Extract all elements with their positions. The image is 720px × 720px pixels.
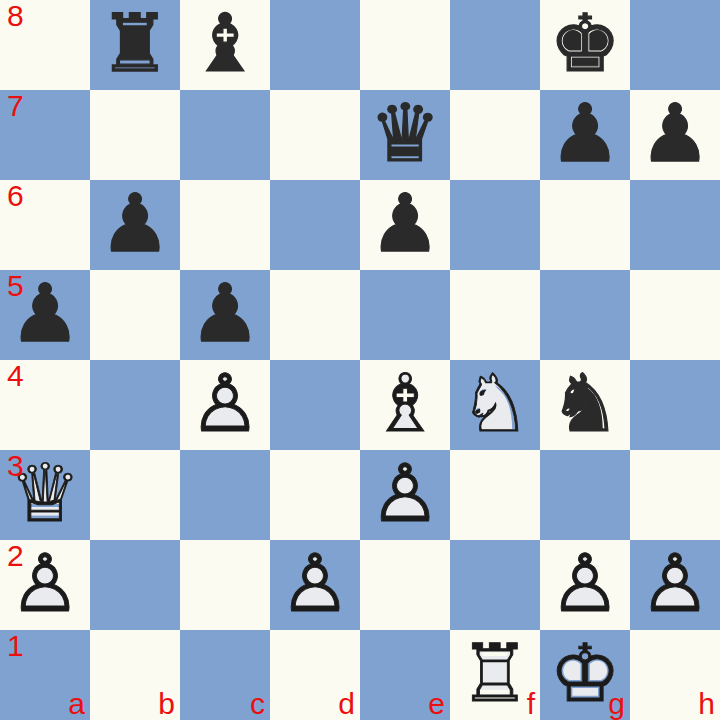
square-b5[interactable] bbox=[90, 270, 180, 360]
black-queen[interactable]: ♛ bbox=[360, 90, 450, 180]
white-pawn[interactable]: ♟♙ bbox=[540, 540, 630, 630]
black-pawn[interactable]: ♟ bbox=[540, 90, 630, 180]
rank-label-3: 3 bbox=[7, 451, 24, 481]
square-g8[interactable]: ♚ bbox=[540, 0, 630, 90]
white-knight[interactable]: ♞♘ bbox=[450, 360, 540, 450]
square-e8[interactable] bbox=[360, 0, 450, 90]
white-pawn[interactable]: ♟♙ bbox=[630, 540, 720, 630]
square-d2[interactable]: ♟♙ bbox=[270, 540, 360, 630]
square-e6[interactable]: ♟ bbox=[360, 180, 450, 270]
square-h5[interactable] bbox=[630, 270, 720, 360]
square-g3[interactable] bbox=[540, 450, 630, 540]
square-b6[interactable]: ♟ bbox=[90, 180, 180, 270]
square-b7[interactable] bbox=[90, 90, 180, 180]
square-c3[interactable] bbox=[180, 450, 270, 540]
square-e7[interactable]: ♛ bbox=[360, 90, 450, 180]
square-c2[interactable] bbox=[180, 540, 270, 630]
square-d5[interactable] bbox=[270, 270, 360, 360]
pawn-outline-layer: ♙ bbox=[630, 540, 720, 630]
square-h8[interactable] bbox=[630, 0, 720, 90]
rank-label-8: 8 bbox=[7, 1, 24, 31]
black-knight[interactable]: ♞ bbox=[540, 360, 630, 450]
square-d3[interactable] bbox=[270, 450, 360, 540]
pawn-outline-layer: ♙ bbox=[180, 360, 270, 450]
square-f3[interactable] bbox=[450, 450, 540, 540]
black-bishop[interactable]: ♝ bbox=[180, 0, 270, 90]
square-h7[interactable]: ♟ bbox=[630, 90, 720, 180]
square-d8[interactable] bbox=[270, 0, 360, 90]
square-h3[interactable] bbox=[630, 450, 720, 540]
square-e5[interactable] bbox=[360, 270, 450, 360]
square-f6[interactable] bbox=[450, 180, 540, 270]
square-h4[interactable] bbox=[630, 360, 720, 450]
white-bishop[interactable]: ♝♗ bbox=[360, 360, 450, 450]
square-f8[interactable] bbox=[450, 0, 540, 90]
black-king[interactable]: ♚ bbox=[540, 0, 630, 90]
knight-outline-layer: ♘ bbox=[450, 360, 540, 450]
white-pawn[interactable]: ♟♙ bbox=[360, 450, 450, 540]
file-label-h: h bbox=[630, 689, 715, 719]
file-label-c: c bbox=[180, 689, 265, 719]
black-pawn[interactable]: ♟ bbox=[90, 180, 180, 270]
square-g4[interactable]: ♞ bbox=[540, 360, 630, 450]
file-label-b: b bbox=[90, 689, 175, 719]
square-g2[interactable]: ♟♙ bbox=[540, 540, 630, 630]
square-f7[interactable] bbox=[450, 90, 540, 180]
square-f2[interactable] bbox=[450, 540, 540, 630]
file-label-f: f bbox=[450, 689, 535, 719]
black-pawn[interactable]: ♟ bbox=[360, 180, 450, 270]
white-pawn[interactable]: ♟♙ bbox=[180, 360, 270, 450]
square-f4[interactable]: ♞♘ bbox=[450, 360, 540, 450]
pawn-outline-layer: ♙ bbox=[540, 540, 630, 630]
bishop-outline-layer: ♗ bbox=[360, 360, 450, 450]
rank-label-7: 7 bbox=[7, 91, 24, 121]
file-label-a: a bbox=[0, 689, 85, 719]
file-label-g: g bbox=[540, 689, 625, 719]
square-c6[interactable] bbox=[180, 180, 270, 270]
square-d6[interactable] bbox=[270, 180, 360, 270]
square-e3[interactable]: ♟♙ bbox=[360, 450, 450, 540]
rank-label-6: 6 bbox=[7, 181, 24, 211]
square-c4[interactable]: ♟♙ bbox=[180, 360, 270, 450]
file-label-d: d bbox=[270, 689, 355, 719]
square-e2[interactable] bbox=[360, 540, 450, 630]
square-d7[interactable] bbox=[270, 90, 360, 180]
file-label-e: e bbox=[360, 689, 445, 719]
square-d4[interactable] bbox=[270, 360, 360, 450]
square-b3[interactable] bbox=[90, 450, 180, 540]
square-g6[interactable] bbox=[540, 180, 630, 270]
square-c5[interactable]: ♟ bbox=[180, 270, 270, 360]
square-g7[interactable]: ♟ bbox=[540, 90, 630, 180]
square-h6[interactable] bbox=[630, 180, 720, 270]
black-rook[interactable]: ♜ bbox=[90, 0, 180, 90]
black-pawn[interactable]: ♟ bbox=[180, 270, 270, 360]
rank-label-5: 5 bbox=[7, 271, 24, 301]
pawn-outline-layer: ♙ bbox=[270, 540, 360, 630]
rank-label-4: 4 bbox=[7, 361, 24, 391]
white-pawn[interactable]: ♟♙ bbox=[270, 540, 360, 630]
chess-board: ♜♝♚♛♟♟♟♟♟♟♟♙♝♗♞♘♞♛♕♟♙♟♙♟♙♟♙♟♙♜♖♚♔8765432… bbox=[0, 0, 720, 720]
square-b2[interactable] bbox=[90, 540, 180, 630]
rank-label-2: 2 bbox=[7, 541, 24, 571]
square-b8[interactable]: ♜ bbox=[90, 0, 180, 90]
square-e4[interactable]: ♝♗ bbox=[360, 360, 450, 450]
pawn-outline-layer: ♙ bbox=[360, 450, 450, 540]
square-f5[interactable] bbox=[450, 270, 540, 360]
square-c8[interactable]: ♝ bbox=[180, 0, 270, 90]
black-pawn[interactable]: ♟ bbox=[630, 90, 720, 180]
square-b4[interactable] bbox=[90, 360, 180, 450]
square-g5[interactable] bbox=[540, 270, 630, 360]
square-c7[interactable] bbox=[180, 90, 270, 180]
rank-label-1: 1 bbox=[7, 631, 24, 661]
square-h2[interactable]: ♟♙ bbox=[630, 540, 720, 630]
